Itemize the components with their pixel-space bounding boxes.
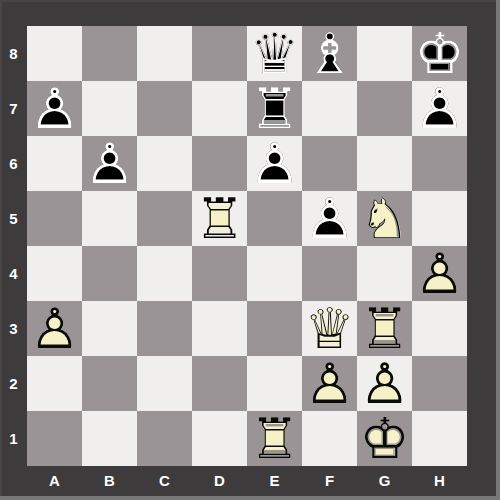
square-g6[interactable] [357,136,412,191]
square-h4[interactable]: ♟♙ [412,246,467,301]
pawn-outline-icon: ♙ [247,136,302,191]
black-pawn[interactable]: ♟♙ [247,136,302,191]
square-e2[interactable] [247,356,302,411]
square-b6[interactable]: ♟♙ [82,136,137,191]
square-e1[interactable]: ♜♖ [247,411,302,466]
rank-label-5: 5 [0,191,27,246]
square-d4[interactable] [192,246,247,301]
file-label-a: A [27,466,82,494]
rank-labels: 87654321 [0,26,27,466]
square-a2[interactable] [27,356,82,411]
square-b1[interactable] [82,411,137,466]
pawn-outline-icon: ♙ [412,246,467,301]
square-c5[interactable] [137,191,192,246]
file-label-c: C [137,466,192,494]
square-e4[interactable] [247,246,302,301]
square-a3[interactable]: ♟♙ [27,301,82,356]
white-king[interactable]: ♚♔ [357,411,412,466]
file-label-h: H [412,466,467,494]
square-a7[interactable]: ♟♙ [27,81,82,136]
square-e6[interactable]: ♟♙ [247,136,302,191]
square-h8[interactable]: ♚♔ [412,26,467,81]
rank-label-6: 6 [0,136,27,191]
square-e3[interactable] [247,301,302,356]
black-pawn[interactable]: ♟♙ [302,191,357,246]
square-e8[interactable]: ♛♕ [247,26,302,81]
rook-outline-icon: ♖ [192,191,247,246]
square-g8[interactable] [357,26,412,81]
square-c3[interactable] [137,301,192,356]
white-pawn[interactable]: ♟♙ [302,356,357,411]
square-e5[interactable] [247,191,302,246]
square-a4[interactable] [27,246,82,301]
black-queen[interactable]: ♛♕ [247,26,302,81]
pawn-outline-icon: ♙ [82,136,137,191]
square-b5[interactable] [82,191,137,246]
square-h1[interactable] [412,411,467,466]
square-d5[interactable]: ♜♖ [192,191,247,246]
square-d3[interactable] [192,301,247,356]
pawn-outline-icon: ♙ [412,81,467,136]
square-b2[interactable] [82,356,137,411]
square-h3[interactable] [412,301,467,356]
rank-label-7: 7 [0,81,27,136]
rook-outline-icon: ♖ [247,81,302,136]
square-g1[interactable]: ♚♔ [357,411,412,466]
pawn-outline-icon: ♙ [27,81,82,136]
rank-label-4: 4 [0,246,27,301]
rank-label-1: 1 [0,411,27,466]
chess-board: ♛♕♝♗♚♔♟♙♜♖♟♙♟♙♟♙♜♖♟♙♞♘♟♙♟♙♛♕♜♖♟♙♟♙♜♖♚♔ [27,26,467,466]
rank-label-8: 8 [0,26,27,81]
square-b7[interactable] [82,81,137,136]
square-f1[interactable] [302,411,357,466]
square-f2[interactable]: ♟♙ [302,356,357,411]
black-pawn[interactable]: ♟♙ [82,136,137,191]
square-h5[interactable] [412,191,467,246]
square-c8[interactable] [137,26,192,81]
rook-outline-icon: ♖ [247,411,302,466]
king-outline-icon: ♔ [412,26,467,81]
square-c4[interactable] [137,246,192,301]
square-e7[interactable]: ♜♖ [247,81,302,136]
rank-label-2: 2 [0,356,27,411]
square-d8[interactable] [192,26,247,81]
file-label-f: F [302,466,357,494]
queen-outline-icon: ♕ [247,26,302,81]
square-h6[interactable] [412,136,467,191]
square-a5[interactable] [27,191,82,246]
square-g2[interactable]: ♟♙ [357,356,412,411]
pawn-outline-icon: ♙ [302,356,357,411]
square-c2[interactable] [137,356,192,411]
queen-outline-icon: ♕ [302,301,357,356]
square-a6[interactable] [27,136,82,191]
white-pawn[interactable]: ♟♙ [412,246,467,301]
square-d7[interactable] [192,81,247,136]
pawn-outline-icon: ♙ [27,301,82,356]
square-a8[interactable] [27,26,82,81]
square-g4[interactable] [357,246,412,301]
square-d2[interactable] [192,356,247,411]
chess-diagram: 87654321 ♛♕♝♗♚♔♟♙♜♖♟♙♟♙♟♙♜♖♟♙♞♘♟♙♟♙♛♕♜♖♟… [0,0,500,500]
rank-label-3: 3 [0,301,27,356]
file-label-g: G [357,466,412,494]
square-d1[interactable] [192,411,247,466]
black-bishop[interactable]: ♝♗ [302,26,357,81]
square-h7[interactable]: ♟♙ [412,81,467,136]
white-pawn[interactable]: ♟♙ [357,356,412,411]
square-g5[interactable]: ♞♘ [357,191,412,246]
square-b8[interactable] [82,26,137,81]
pawn-outline-icon: ♙ [302,191,357,246]
square-f5[interactable]: ♟♙ [302,191,357,246]
pawn-outline-icon: ♙ [357,356,412,411]
white-rook[interactable]: ♜♖ [192,191,247,246]
square-c1[interactable] [137,411,192,466]
black-king[interactable]: ♚♔ [412,26,467,81]
square-c6[interactable] [137,136,192,191]
square-b3[interactable] [82,301,137,356]
square-f6[interactable] [302,136,357,191]
knight-outline-icon: ♘ [357,191,412,246]
black-pawn[interactable]: ♟♙ [412,81,467,136]
square-a1[interactable] [27,411,82,466]
square-f4[interactable] [302,246,357,301]
white-rook[interactable]: ♜♖ [247,411,302,466]
file-label-e: E [247,466,302,494]
square-f7[interactable] [302,81,357,136]
bishop-outline-icon: ♗ [302,26,357,81]
square-h2[interactable] [412,356,467,411]
square-d6[interactable] [192,136,247,191]
file-labels: ABCDEFGH [27,466,467,494]
white-rook[interactable]: ♜♖ [357,301,412,356]
square-c7[interactable] [137,81,192,136]
file-label-d: D [192,466,247,494]
square-f3[interactable]: ♛♕ [302,301,357,356]
white-pawn[interactable]: ♟♙ [27,301,82,356]
square-g3[interactable]: ♜♖ [357,301,412,356]
white-queen[interactable]: ♛♕ [302,301,357,356]
square-g7[interactable] [357,81,412,136]
file-label-b: B [82,466,137,494]
white-knight[interactable]: ♞♘ [357,191,412,246]
black-rook[interactable]: ♜♖ [247,81,302,136]
king-outline-icon: ♔ [357,411,412,466]
black-pawn[interactable]: ♟♙ [27,81,82,136]
square-b4[interactable] [82,246,137,301]
square-f8[interactable]: ♝♗ [302,26,357,81]
rook-outline-icon: ♖ [357,301,412,356]
